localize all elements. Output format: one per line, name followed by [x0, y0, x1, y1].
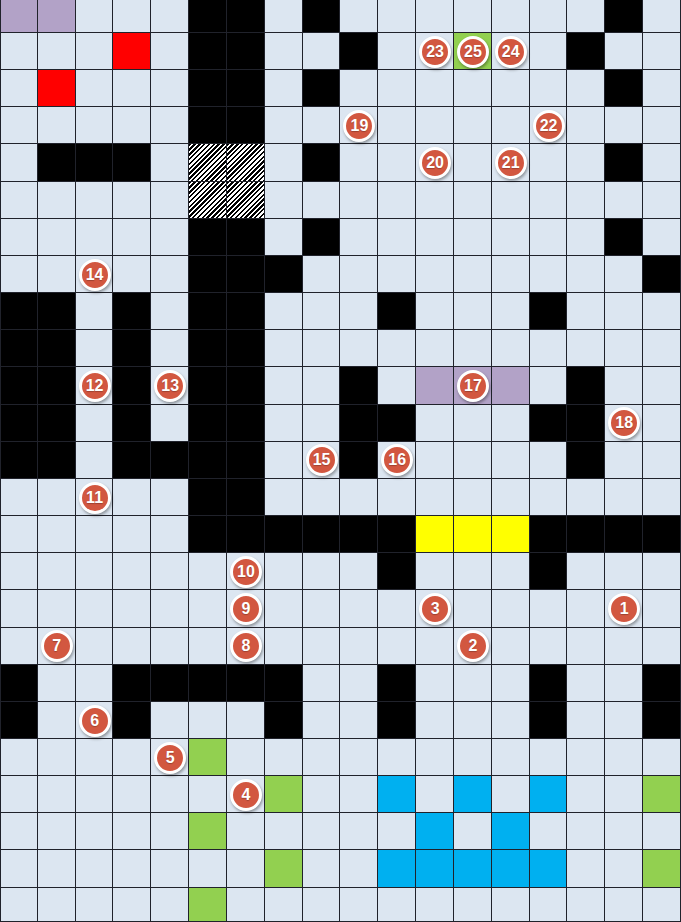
cell-r3-c10[interactable]: [378, 107, 416, 144]
cell-r0-c2[interactable]: [76, 0, 114, 33]
cell-r2-c14[interactable]: [530, 70, 568, 107]
cell-r21-c1[interactable]: [38, 776, 76, 813]
cell-r19-c4[interactable]: [151, 702, 189, 739]
cell-r0-c14[interactable]: [530, 0, 568, 33]
cell-r19-c0[interactable]: [0, 702, 38, 739]
cell-r12-c16[interactable]: [605, 442, 643, 479]
cell-r15-c7[interactable]: [265, 553, 303, 590]
cell-r22-c12[interactable]: [454, 813, 492, 850]
cell-r18-c16[interactable]: [605, 665, 643, 702]
cell-r6-c10[interactable]: [378, 219, 416, 256]
cell-r6-c12[interactable]: [454, 219, 492, 256]
marker-22[interactable]: 22: [533, 110, 565, 142]
cell-r18-c15[interactable]: [567, 665, 605, 702]
cell-r20-c17[interactable]: [643, 739, 681, 776]
cell-r4-c10[interactable]: [378, 144, 416, 181]
cell-r16-c2[interactable]: [76, 590, 114, 627]
cell-r5-c13[interactable]: [492, 182, 530, 219]
cell-r8-c6[interactable]: [227, 293, 265, 330]
cell-r17-c7[interactable]: [265, 628, 303, 665]
cell-r15-c2[interactable]: [76, 553, 114, 590]
cell-r17-c3[interactable]: [113, 628, 151, 665]
cell-r12-c1[interactable]: [38, 442, 76, 479]
cell-r6-c14[interactable]: [530, 219, 568, 256]
cell-r14-c17[interactable]: [643, 516, 681, 553]
cell-r16-c12[interactable]: [454, 590, 492, 627]
cell-r8-c10[interactable]: [378, 293, 416, 330]
cell-r21-c17[interactable]: [643, 776, 681, 813]
cell-r22-c2[interactable]: [76, 813, 114, 850]
cell-r21-c12[interactable]: [454, 776, 492, 813]
cell-r23-c8[interactable]: [303, 850, 341, 887]
cell-r20-c14[interactable]: [530, 739, 568, 776]
cell-r2-c5[interactable]: [189, 70, 227, 107]
cell-r14-c12[interactable]: [454, 516, 492, 553]
cell-r13-c1[interactable]: [38, 479, 76, 516]
marker-20[interactable]: 20: [419, 147, 451, 179]
cell-r17-c0[interactable]: [0, 628, 38, 665]
marker-12[interactable]: 12: [79, 370, 111, 402]
cell-r18-c9[interactable]: [340, 665, 378, 702]
cell-r2-c16[interactable]: [605, 70, 643, 107]
cell-r18-c6[interactable]: [227, 665, 265, 702]
cell-r16-c15[interactable]: [567, 590, 605, 627]
cell-r11-c5[interactable]: [189, 405, 227, 442]
cell-r16-c10[interactable]: [378, 590, 416, 627]
cell-r17-c9[interactable]: [340, 628, 378, 665]
cell-r24-c8[interactable]: [303, 888, 341, 922]
cell-r3-c0[interactable]: [0, 107, 38, 144]
cell-r14-c5[interactable]: [189, 516, 227, 553]
cell-r19-c3[interactable]: [113, 702, 151, 739]
cell-r7-c9[interactable]: [340, 256, 378, 293]
cell-r14-c10[interactable]: [378, 516, 416, 553]
cell-r5-c0[interactable]: [0, 182, 38, 219]
cell-r7-c3[interactable]: [113, 256, 151, 293]
cell-r21-c0[interactable]: [0, 776, 38, 813]
cell-r17-c16[interactable]: [605, 628, 643, 665]
cell-r21-c8[interactable]: [303, 776, 341, 813]
cell-r12-c11[interactable]: [416, 442, 454, 479]
cell-r1-c2[interactable]: [76, 33, 114, 70]
cell-r21-c13[interactable]: [492, 776, 530, 813]
cell-r21-c16[interactable]: [605, 776, 643, 813]
cell-r21-c4[interactable]: [151, 776, 189, 813]
cell-r7-c7[interactable]: [265, 256, 303, 293]
cell-r23-c6[interactable]: [227, 850, 265, 887]
cell-r12-c5[interactable]: [189, 442, 227, 479]
cell-r4-c4[interactable]: [151, 144, 189, 181]
cell-r4-c0[interactable]: [0, 144, 38, 181]
cell-r22-c5[interactable]: [189, 813, 227, 850]
cell-r3-c8[interactable]: [303, 107, 341, 144]
marker-23[interactable]: 23: [419, 36, 451, 68]
cell-r5-c5[interactable]: [189, 182, 227, 219]
cell-r11-c7[interactable]: [265, 405, 303, 442]
cell-r16-c8[interactable]: [303, 590, 341, 627]
cell-r0-c16[interactable]: [605, 0, 643, 33]
cell-r19-c15[interactable]: [567, 702, 605, 739]
cell-r14-c3[interactable]: [113, 516, 151, 553]
cell-r5-c7[interactable]: [265, 182, 303, 219]
cell-r15-c5[interactable]: [189, 553, 227, 590]
cell-r23-c1[interactable]: [38, 850, 76, 887]
cell-r10-c6[interactable]: [227, 367, 265, 404]
cell-r0-c0[interactable]: [0, 0, 38, 33]
cell-r9-c5[interactable]: [189, 330, 227, 367]
cell-r6-c17[interactable]: [643, 219, 681, 256]
cell-r10-c0[interactable]: [0, 367, 38, 404]
cell-r1-c0[interactable]: [0, 33, 38, 70]
marker-4[interactable]: 4: [230, 779, 262, 811]
cell-r5-c4[interactable]: [151, 182, 189, 219]
cell-r11-c1[interactable]: [38, 405, 76, 442]
cell-r1-c16[interactable]: [605, 33, 643, 70]
cell-r20-c3[interactable]: [113, 739, 151, 776]
cell-r7-c16[interactable]: [605, 256, 643, 293]
cell-r16-c13[interactable]: [492, 590, 530, 627]
cell-r24-c17[interactable]: [643, 888, 681, 922]
cell-r12-c4[interactable]: [151, 442, 189, 479]
cell-r14-c6[interactable]: [227, 516, 265, 553]
cell-r2-c4[interactable]: [151, 70, 189, 107]
cell-r8-c3[interactable]: [113, 293, 151, 330]
cell-r8-c13[interactable]: [492, 293, 530, 330]
cell-r8-c8[interactable]: [303, 293, 341, 330]
cell-r20-c13[interactable]: [492, 739, 530, 776]
cell-r1-c6[interactable]: [227, 33, 265, 70]
cell-r13-c4[interactable]: [151, 479, 189, 516]
cell-r13-c5[interactable]: [189, 479, 227, 516]
cell-r11-c13[interactable]: [492, 405, 530, 442]
cell-r2-c11[interactable]: [416, 70, 454, 107]
cell-r4-c15[interactable]: [567, 144, 605, 181]
cell-r1-c15[interactable]: [567, 33, 605, 70]
cell-r15-c17[interactable]: [643, 553, 681, 590]
cell-r14-c13[interactable]: [492, 516, 530, 553]
cell-r9-c16[interactable]: [605, 330, 643, 367]
cell-r14-c15[interactable]: [567, 516, 605, 553]
cell-r4-c17[interactable]: [643, 144, 681, 181]
cell-r9-c7[interactable]: [265, 330, 303, 367]
cell-r1-c10[interactable]: [378, 33, 416, 70]
cell-r5-c12[interactable]: [454, 182, 492, 219]
cell-r0-c1[interactable]: [38, 0, 76, 33]
cell-r20-c7[interactable]: [265, 739, 303, 776]
cell-r3-c15[interactable]: [567, 107, 605, 144]
cell-r22-c13[interactable]: [492, 813, 530, 850]
cell-r21-c5[interactable]: [189, 776, 227, 813]
cell-r15-c12[interactable]: [454, 553, 492, 590]
cell-r2-c15[interactable]: [567, 70, 605, 107]
cell-r6-c6[interactable]: [227, 219, 265, 256]
cell-r17-c10[interactable]: [378, 628, 416, 665]
cell-r6-c3[interactable]: [113, 219, 151, 256]
cell-r23-c9[interactable]: [340, 850, 378, 887]
marker-10[interactable]: 10: [230, 556, 262, 588]
cell-r23-c0[interactable]: [0, 850, 38, 887]
marker-24[interactable]: 24: [495, 36, 527, 68]
cell-r5-c14[interactable]: [530, 182, 568, 219]
cell-r12-c9[interactable]: [340, 442, 378, 479]
cell-r18-c10[interactable]: [378, 665, 416, 702]
cell-r18-c8[interactable]: [303, 665, 341, 702]
cell-r5-c10[interactable]: [378, 182, 416, 219]
cell-r0-c15[interactable]: [567, 0, 605, 33]
cell-r24-c6[interactable]: [227, 888, 265, 922]
cell-r16-c14[interactable]: [530, 590, 568, 627]
cell-r22-c14[interactable]: [530, 813, 568, 850]
cell-r13-c8[interactable]: [303, 479, 341, 516]
cell-r17-c15[interactable]: [567, 628, 605, 665]
cell-r14-c0[interactable]: [0, 516, 38, 553]
cell-r20-c10[interactable]: [378, 739, 416, 776]
cell-r7-c14[interactable]: [530, 256, 568, 293]
cell-r11-c17[interactable]: [643, 405, 681, 442]
cell-r10-c9[interactable]: [340, 367, 378, 404]
cell-r7-c5[interactable]: [189, 256, 227, 293]
cell-r2-c8[interactable]: [303, 70, 341, 107]
cell-r18-c0[interactable]: [0, 665, 38, 702]
cell-r11-c3[interactable]: [113, 405, 151, 442]
cell-r24-c12[interactable]: [454, 888, 492, 922]
cell-r9-c6[interactable]: [227, 330, 265, 367]
cell-r6-c0[interactable]: [0, 219, 38, 256]
cell-r17-c17[interactable]: [643, 628, 681, 665]
cell-r23-c3[interactable]: [113, 850, 151, 887]
cell-r0-c13[interactable]: [492, 0, 530, 33]
cell-r2-c3[interactable]: [113, 70, 151, 107]
cell-r23-c11[interactable]: [416, 850, 454, 887]
cell-r23-c16[interactable]: [605, 850, 643, 887]
cell-r24-c4[interactable]: [151, 888, 189, 922]
cell-r11-c9[interactable]: [340, 405, 378, 442]
cell-r7-c1[interactable]: [38, 256, 76, 293]
cell-r10-c8[interactable]: [303, 367, 341, 404]
cell-r16-c9[interactable]: [340, 590, 378, 627]
cell-r10-c3[interactable]: [113, 367, 151, 404]
cell-r19-c7[interactable]: [265, 702, 303, 739]
cell-r10-c16[interactable]: [605, 367, 643, 404]
cell-r21-c3[interactable]: [113, 776, 151, 813]
marker-6[interactable]: 6: [79, 705, 111, 737]
cell-r7-c6[interactable]: [227, 256, 265, 293]
cell-r15-c9[interactable]: [340, 553, 378, 590]
cell-r16-c17[interactable]: [643, 590, 681, 627]
cell-r7-c0[interactable]: [0, 256, 38, 293]
cell-r21-c15[interactable]: [567, 776, 605, 813]
cell-r0-c10[interactable]: [378, 0, 416, 33]
cell-r15-c15[interactable]: [567, 553, 605, 590]
cell-r15-c4[interactable]: [151, 553, 189, 590]
cell-r8-c16[interactable]: [605, 293, 643, 330]
cell-r19-c6[interactable]: [227, 702, 265, 739]
marker-14[interactable]: 14: [79, 259, 111, 291]
cell-r2-c12[interactable]: [454, 70, 492, 107]
cell-r13-c6[interactable]: [227, 479, 265, 516]
cell-r3-c17[interactable]: [643, 107, 681, 144]
cell-r12-c0[interactable]: [0, 442, 38, 479]
cell-r5-c2[interactable]: [76, 182, 114, 219]
cell-r9-c14[interactable]: [530, 330, 568, 367]
cell-r8-c15[interactable]: [567, 293, 605, 330]
cell-r20-c16[interactable]: [605, 739, 643, 776]
cell-r2-c17[interactable]: [643, 70, 681, 107]
cell-r9-c9[interactable]: [340, 330, 378, 367]
cell-r6-c4[interactable]: [151, 219, 189, 256]
cell-r9-c11[interactable]: [416, 330, 454, 367]
cell-r10-c5[interactable]: [189, 367, 227, 404]
cell-r13-c14[interactable]: [530, 479, 568, 516]
cell-r9-c17[interactable]: [643, 330, 681, 367]
cell-r4-c9[interactable]: [340, 144, 378, 181]
cell-r1-c1[interactable]: [38, 33, 76, 70]
cell-r11-c2[interactable]: [76, 405, 114, 442]
cell-r12-c7[interactable]: [265, 442, 303, 479]
cell-r14-c9[interactable]: [340, 516, 378, 553]
cell-r13-c10[interactable]: [378, 479, 416, 516]
cell-r12-c2[interactable]: [76, 442, 114, 479]
cell-r8-c4[interactable]: [151, 293, 189, 330]
cell-r1-c8[interactable]: [303, 33, 341, 70]
cell-r23-c5[interactable]: [189, 850, 227, 887]
cell-r20-c6[interactable]: [227, 739, 265, 776]
cell-r13-c16[interactable]: [605, 479, 643, 516]
cell-r1-c14[interactable]: [530, 33, 568, 70]
cell-r10-c1[interactable]: [38, 367, 76, 404]
cell-r11-c12[interactable]: [454, 405, 492, 442]
cell-r19-c1[interactable]: [38, 702, 76, 739]
cell-r20-c9[interactable]: [340, 739, 378, 776]
cell-r12-c13[interactable]: [492, 442, 530, 479]
cell-r15-c11[interactable]: [416, 553, 454, 590]
cell-r14-c16[interactable]: [605, 516, 643, 553]
cell-r0-c3[interactable]: [113, 0, 151, 33]
marker-17[interactable]: 17: [457, 370, 489, 402]
cell-r19-c13[interactable]: [492, 702, 530, 739]
cell-r3-c4[interactable]: [151, 107, 189, 144]
cell-r7-c11[interactable]: [416, 256, 454, 293]
cell-r13-c11[interactable]: [416, 479, 454, 516]
cell-r11-c14[interactable]: [530, 405, 568, 442]
cell-r10-c17[interactable]: [643, 367, 681, 404]
cell-r23-c14[interactable]: [530, 850, 568, 887]
cell-r8-c9[interactable]: [340, 293, 378, 330]
cell-r3-c11[interactable]: [416, 107, 454, 144]
cell-r20-c1[interactable]: [38, 739, 76, 776]
cell-r16-c7[interactable]: [265, 590, 303, 627]
cell-r22-c17[interactable]: [643, 813, 681, 850]
cell-r2-c7[interactable]: [265, 70, 303, 107]
cell-r15-c13[interactable]: [492, 553, 530, 590]
cell-r0-c7[interactable]: [265, 0, 303, 33]
cell-r11-c10[interactable]: [378, 405, 416, 442]
cell-r3-c1[interactable]: [38, 107, 76, 144]
cell-r7-c13[interactable]: [492, 256, 530, 293]
marker-9[interactable]: 9: [230, 593, 262, 625]
cell-r18-c7[interactable]: [265, 665, 303, 702]
cell-r6-c13[interactable]: [492, 219, 530, 256]
cell-r19-c11[interactable]: [416, 702, 454, 739]
cell-r15-c10[interactable]: [378, 553, 416, 590]
cell-r17-c5[interactable]: [189, 628, 227, 665]
cell-r19-c5[interactable]: [189, 702, 227, 739]
cell-r4-c12[interactable]: [454, 144, 492, 181]
cell-r4-c16[interactable]: [605, 144, 643, 181]
cell-r1-c5[interactable]: [189, 33, 227, 70]
cell-r18-c1[interactable]: [38, 665, 76, 702]
cell-r22-c11[interactable]: [416, 813, 454, 850]
cell-r24-c14[interactable]: [530, 888, 568, 922]
marker-15[interactable]: 15: [306, 444, 338, 476]
cell-r13-c7[interactable]: [265, 479, 303, 516]
cell-r14-c8[interactable]: [303, 516, 341, 553]
cell-r1-c4[interactable]: [151, 33, 189, 70]
cell-r9-c3[interactable]: [113, 330, 151, 367]
cell-r14-c4[interactable]: [151, 516, 189, 553]
cell-r17-c14[interactable]: [530, 628, 568, 665]
cell-r21-c10[interactable]: [378, 776, 416, 813]
cell-r8-c0[interactable]: [0, 293, 38, 330]
cell-r5-c17[interactable]: [643, 182, 681, 219]
cell-r2-c6[interactable]: [227, 70, 265, 107]
marker-2[interactable]: 2: [457, 630, 489, 662]
cell-r13-c12[interactable]: [454, 479, 492, 516]
cell-r0-c9[interactable]: [340, 0, 378, 33]
cell-r19-c16[interactable]: [605, 702, 643, 739]
cell-r3-c2[interactable]: [76, 107, 114, 144]
cell-r1-c9[interactable]: [340, 33, 378, 70]
cell-r9-c1[interactable]: [38, 330, 76, 367]
cell-r3-c16[interactable]: [605, 107, 643, 144]
cell-r4-c1[interactable]: [38, 144, 76, 181]
marker-8[interactable]: 8: [230, 630, 262, 662]
cell-r8-c11[interactable]: [416, 293, 454, 330]
cell-r11-c15[interactable]: [567, 405, 605, 442]
cell-r0-c17[interactable]: [643, 0, 681, 33]
cell-r18-c4[interactable]: [151, 665, 189, 702]
cell-r8-c14[interactable]: [530, 293, 568, 330]
cell-r11-c6[interactable]: [227, 405, 265, 442]
cell-r9-c10[interactable]: [378, 330, 416, 367]
cell-r0-c4[interactable]: [151, 0, 189, 33]
cell-r19-c12[interactable]: [454, 702, 492, 739]
cell-r13-c17[interactable]: [643, 479, 681, 516]
cell-r14-c7[interactable]: [265, 516, 303, 553]
cell-r9-c4[interactable]: [151, 330, 189, 367]
cell-r23-c4[interactable]: [151, 850, 189, 887]
cell-r24-c11[interactable]: [416, 888, 454, 922]
cell-r12-c17[interactable]: [643, 442, 681, 479]
cell-r12-c3[interactable]: [113, 442, 151, 479]
cell-r17-c2[interactable]: [76, 628, 114, 665]
cell-r2-c1[interactable]: [38, 70, 76, 107]
cell-r6-c7[interactable]: [265, 219, 303, 256]
cell-r17-c11[interactable]: [416, 628, 454, 665]
cell-r24-c3[interactable]: [113, 888, 151, 922]
cell-r5-c8[interactable]: [303, 182, 341, 219]
cell-r7-c4[interactable]: [151, 256, 189, 293]
cell-r8-c12[interactable]: [454, 293, 492, 330]
cell-r14-c14[interactable]: [530, 516, 568, 553]
cell-r23-c12[interactable]: [454, 850, 492, 887]
cell-r18-c11[interactable]: [416, 665, 454, 702]
cell-r3-c7[interactable]: [265, 107, 303, 144]
cell-r20-c0[interactable]: [0, 739, 38, 776]
cell-r7-c12[interactable]: [454, 256, 492, 293]
cell-r17-c4[interactable]: [151, 628, 189, 665]
cell-r15-c16[interactable]: [605, 553, 643, 590]
